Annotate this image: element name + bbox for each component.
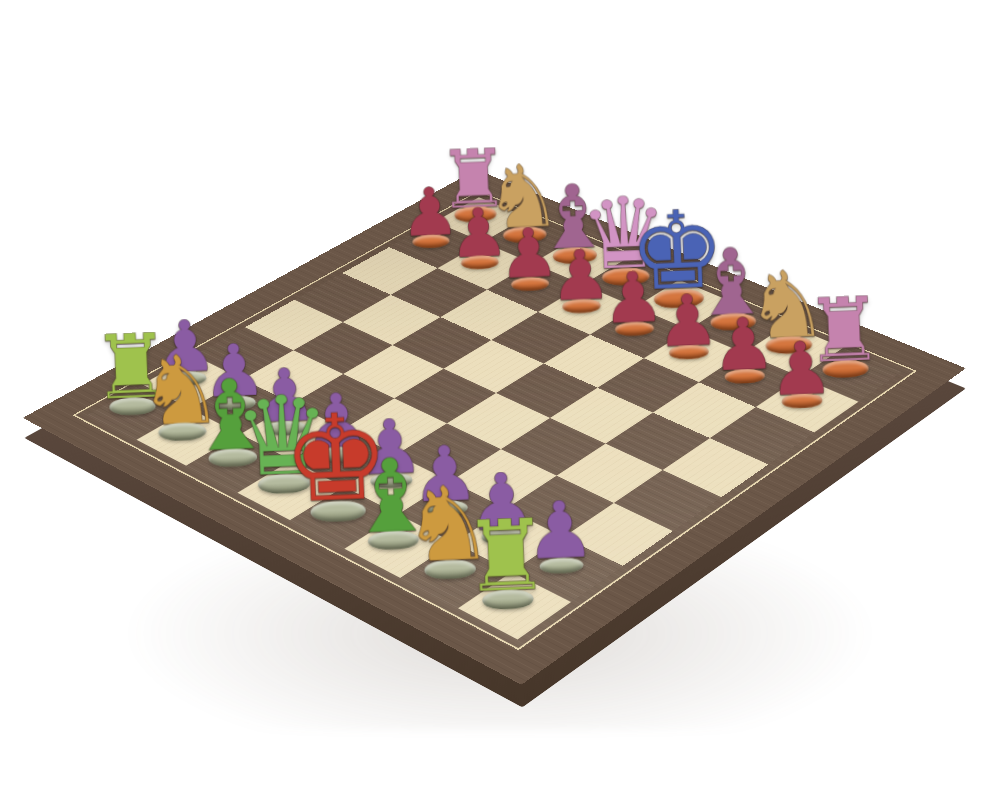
black-p-glyph: ♟ [767,339,835,400]
product-photo-canvas: ♜♞♝♛♚♝♞♜♟♟♟♟♟♟♟♟♟♟♟♟♟♟♟♟♜♞♝♛♚♝♞♜ [0,0,1000,800]
piece-black-p-h7: ♟ [729,338,873,411]
piece-white-r-h1: ♜ [427,515,586,613]
square-h1: ♜ [458,572,571,639]
square-d5 [444,340,544,393]
white-r-glyph: ♜ [461,516,552,598]
